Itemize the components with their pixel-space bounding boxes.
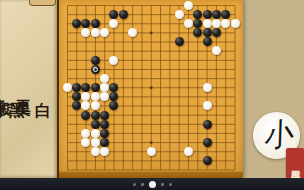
star-point [150,86,153,89]
white-stone [109,19,118,28]
black-stone [91,56,100,65]
black-stone [212,10,221,19]
black-stone [203,37,212,46]
black-stone [91,111,100,120]
panel-top-tab [29,0,56,6]
black-stone [91,120,100,129]
black-stone [203,138,212,147]
white-stone [184,19,193,28]
white-stone [203,83,212,92]
black-stone [72,83,81,92]
black-stone [100,138,109,147]
white-stone [63,83,72,92]
white-stone [100,92,109,101]
white-color-label: 白 [32,89,53,90]
black-stone [72,19,81,28]
star-point [150,32,153,35]
white-stone [100,147,109,156]
white-stone [221,19,230,28]
white-stone [91,147,100,156]
black-stone [81,111,90,120]
black-stone [100,129,109,138]
black-stone [203,120,212,129]
white-stone [231,19,240,28]
red-seal-text: 围棋 [289,163,302,165]
black-stone [203,10,212,19]
white-stone [91,138,100,147]
white-player-rank: 七段 [0,88,13,90]
black-stone [212,28,221,37]
white-stone [109,56,118,65]
black-stone [91,83,100,92]
white-stone [212,19,221,28]
white-stone [91,101,100,110]
white-stone [91,129,100,138]
black-stone [175,37,184,46]
black-stone [91,19,100,28]
star-point [150,141,153,144]
white-stone [128,28,137,37]
black-stone [203,28,212,37]
progress-dot[interactable] [169,183,172,186]
white-stone [100,83,109,92]
red-seal-stamp: 围棋 [286,148,304,179]
white-stone [184,1,193,10]
white-stone [203,101,212,110]
black-stone [72,92,81,101]
black-stone [193,10,202,19]
progress-dot[interactable] [161,183,164,186]
white-player-column: 白 王星昊 七段 [29,4,53,174]
white-stone [203,19,212,28]
white-stone [91,92,100,101]
white-stone [175,10,184,19]
last-move-marker [93,67,98,72]
white-stone [184,147,193,156]
black-stone [119,10,128,19]
black-stone [100,120,109,129]
black-stone [203,156,212,165]
progress-dot[interactable] [141,183,144,186]
black-stone [100,111,109,120]
black-stone [193,19,202,28]
white-stone [100,74,109,83]
black-stone [221,10,230,19]
white-player-name: 王星昊 [13,88,32,91]
go-board [57,0,243,178]
black-stone [109,10,118,19]
player-info-panel: 黑 福冈航太朗 三段 白 王星昊 七段 [0,0,57,178]
progress-dot-active[interactable] [149,181,156,188]
video-frame: 黑 福冈航太朗 三段 白 王星昊 七段 小 围棋 [0,0,304,190]
white-stone [100,28,109,37]
player-control-bar[interactable] [0,178,304,190]
go-board-grid [67,5,236,171]
black-stone [81,19,90,28]
progress-dot[interactable] [133,183,136,186]
white-stone [91,28,100,37]
white-stone [147,147,156,156]
black-stone [91,65,100,74]
white-stone [81,129,90,138]
